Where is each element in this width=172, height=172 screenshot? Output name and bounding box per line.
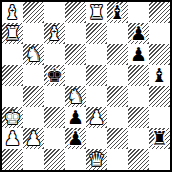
square-d4[interactable]: ♞ <box>65 86 86 107</box>
square-c7[interactable]: ♝ <box>44 23 65 44</box>
square-g3[interactable] <box>128 107 149 128</box>
square-g8[interactable] <box>128 2 149 23</box>
square-d7[interactable] <box>65 23 86 44</box>
square-a3[interactable]: ♚ <box>2 107 23 128</box>
square-e8[interactable]: ♜ <box>86 2 107 23</box>
square-f5[interactable] <box>107 65 128 86</box>
square-f3[interactable] <box>107 107 128 128</box>
white-rook-piece: ♜ <box>2 23 23 44</box>
square-h6[interactable] <box>149 44 170 65</box>
white-king-piece: ♚ <box>2 107 23 128</box>
square-g1[interactable] <box>128 149 149 170</box>
square-b1[interactable] <box>23 149 44 170</box>
chessboard-frame: ♝♜♝♜♝♟♞♟♚♝♞♚♟♟♟♟♟♜♛ <box>0 0 172 172</box>
square-e4[interactable] <box>86 86 107 107</box>
square-b2[interactable]: ♟ <box>23 128 44 149</box>
square-c1[interactable] <box>44 149 65 170</box>
square-h7[interactable] <box>149 23 170 44</box>
black-bishop-piece: ♝ <box>107 2 128 23</box>
square-b5[interactable] <box>23 65 44 86</box>
square-h5[interactable]: ♝ <box>149 65 170 86</box>
square-f8[interactable]: ♝ <box>107 2 128 23</box>
square-b3[interactable] <box>23 107 44 128</box>
chessboard: ♝♜♝♜♝♟♞♟♚♝♞♚♟♟♟♟♟♜♛ <box>2 2 170 170</box>
square-d3[interactable]: ♟ <box>65 107 86 128</box>
black-pawn-piece: ♟ <box>128 23 149 44</box>
square-d2[interactable]: ♟ <box>65 128 86 149</box>
white-bishop-piece: ♝ <box>44 23 65 44</box>
white-pawn-piece: ♟ <box>23 128 44 149</box>
square-a2[interactable]: ♟ <box>2 128 23 149</box>
square-h2[interactable]: ♜ <box>149 128 170 149</box>
square-h8[interactable] <box>149 2 170 23</box>
square-a6[interactable] <box>2 44 23 65</box>
square-b4[interactable] <box>23 86 44 107</box>
square-e1[interactable]: ♛ <box>86 149 107 170</box>
square-b7[interactable] <box>23 23 44 44</box>
square-b6[interactable]: ♞ <box>23 44 44 65</box>
square-b8[interactable] <box>23 2 44 23</box>
square-d5[interactable] <box>65 65 86 86</box>
square-g4[interactable] <box>128 86 149 107</box>
square-a8[interactable]: ♝ <box>2 2 23 23</box>
white-knight-piece: ♞ <box>23 44 44 65</box>
square-g6[interactable]: ♟ <box>128 44 149 65</box>
square-a1[interactable] <box>2 149 23 170</box>
black-pawn-piece: ♟ <box>65 128 86 149</box>
black-pawn-piece: ♟ <box>128 44 149 65</box>
square-c5[interactable]: ♚ <box>44 65 65 86</box>
square-e2[interactable] <box>86 128 107 149</box>
square-f7[interactable] <box>107 23 128 44</box>
square-f4[interactable] <box>107 86 128 107</box>
square-e7[interactable] <box>86 23 107 44</box>
square-e3[interactable]: ♟ <box>86 107 107 128</box>
square-f2[interactable] <box>107 128 128 149</box>
white-knight-piece: ♞ <box>65 86 86 107</box>
black-rook-piece: ♜ <box>149 128 170 149</box>
square-c4[interactable] <box>44 86 65 107</box>
square-a5[interactable] <box>2 65 23 86</box>
white-pawn-piece: ♟ <box>86 107 107 128</box>
square-h3[interactable] <box>149 107 170 128</box>
white-pawn-piece: ♟ <box>2 128 23 149</box>
square-g7[interactable]: ♟ <box>128 23 149 44</box>
white-bishop-piece: ♝ <box>2 2 23 23</box>
square-g2[interactable] <box>128 128 149 149</box>
square-h4[interactable] <box>149 86 170 107</box>
white-rook-piece: ♜ <box>86 2 107 23</box>
square-a4[interactable] <box>2 86 23 107</box>
square-g5[interactable] <box>128 65 149 86</box>
square-c3[interactable] <box>44 107 65 128</box>
square-d8[interactable] <box>65 2 86 23</box>
square-d6[interactable] <box>65 44 86 65</box>
square-d1[interactable] <box>65 149 86 170</box>
black-pawn-piece: ♟ <box>65 107 86 128</box>
square-a7[interactable]: ♜ <box>2 23 23 44</box>
square-f6[interactable] <box>107 44 128 65</box>
square-h1[interactable] <box>149 149 170 170</box>
black-bishop-piece: ♝ <box>149 65 170 86</box>
black-king-piece: ♚ <box>44 65 65 86</box>
square-f1[interactable] <box>107 149 128 170</box>
white-queen-piece: ♛ <box>86 149 107 170</box>
square-c6[interactable] <box>44 44 65 65</box>
square-c8[interactable] <box>44 2 65 23</box>
square-c2[interactable] <box>44 128 65 149</box>
square-e5[interactable] <box>86 65 107 86</box>
square-e6[interactable] <box>86 44 107 65</box>
